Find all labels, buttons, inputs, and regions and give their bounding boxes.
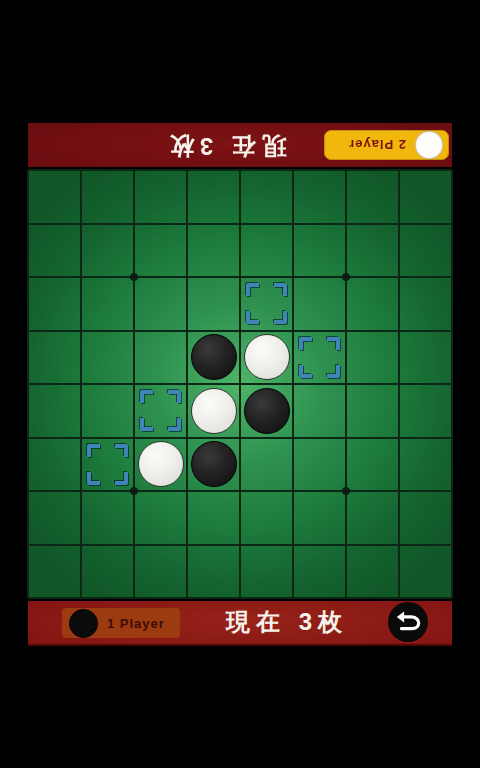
board-cell[interactable]: [293, 545, 346, 599]
board-cell[interactable]: [81, 224, 134, 278]
board-cell[interactable]: [81, 491, 134, 545]
board-cell[interactable]: [399, 277, 452, 331]
board-cell[interactable]: [134, 170, 187, 224]
board-cell[interactable]: [187, 491, 240, 545]
board-cell[interactable]: [81, 438, 134, 492]
move-hint-corner: [299, 365, 312, 378]
board-cell[interactable]: [293, 438, 346, 492]
board-cell[interactable]: [240, 224, 293, 278]
board-cell[interactable]: [81, 331, 134, 385]
move-hint: [246, 283, 287, 324]
board-cell[interactable]: [134, 491, 187, 545]
board-cell[interactable]: [346, 438, 399, 492]
board-cell[interactable]: [399, 491, 452, 545]
board-cell[interactable]: [28, 331, 81, 385]
board-cell[interactable]: [240, 491, 293, 545]
board-cell[interactable]: [346, 491, 399, 545]
bottom-status-text: 現在 3枚: [226, 606, 348, 638]
move-hint-corner: [274, 311, 287, 324]
board-cell[interactable]: [346, 170, 399, 224]
board-cell[interactable]: [293, 170, 346, 224]
board: [28, 170, 452, 598]
board-cell[interactable]: [240, 384, 293, 438]
board-cell[interactable]: [81, 170, 134, 224]
move-hint-corner: [299, 337, 312, 350]
board-cell[interactable]: [81, 384, 134, 438]
move-hint-corner: [168, 390, 181, 403]
board-cell[interactable]: [187, 545, 240, 599]
move-hint: [140, 390, 181, 431]
player2-badge: 2 Player: [324, 130, 449, 160]
board-cell[interactable]: [293, 331, 346, 385]
board-cell[interactable]: [187, 438, 240, 492]
move-hint-corner: [274, 283, 287, 296]
board-cell[interactable]: [346, 545, 399, 599]
board-cell[interactable]: [134, 224, 187, 278]
board-cell[interactable]: [399, 545, 452, 599]
undo-button[interactable]: [388, 602, 428, 642]
board-cell[interactable]: [28, 224, 81, 278]
board-cell[interactable]: [134, 438, 187, 492]
move-hint-corner: [87, 472, 100, 485]
black-disc: [191, 334, 237, 380]
move-hint-corner: [327, 337, 340, 350]
board-cell[interactable]: [28, 277, 81, 331]
board-cell[interactable]: [240, 170, 293, 224]
top-bar-rotated-content: 2 Player 現在 3枚: [28, 123, 452, 167]
board-cell[interactable]: [187, 224, 240, 278]
board-cell[interactable]: [240, 545, 293, 599]
white-disc: [138, 441, 184, 487]
board-cell[interactable]: [346, 277, 399, 331]
board-cell[interactable]: [293, 384, 346, 438]
board-cell[interactable]: [399, 384, 452, 438]
board-cell[interactable]: [399, 224, 452, 278]
black-disc-icon: [69, 609, 98, 638]
board-cell[interactable]: [28, 545, 81, 599]
undo-icon: [391, 605, 425, 639]
board-cell[interactable]: [399, 170, 452, 224]
board-cell[interactable]: [81, 277, 134, 331]
board-cell[interactable]: [240, 331, 293, 385]
move-hint-corner: [246, 311, 259, 324]
board-cell[interactable]: [28, 170, 81, 224]
move-hint-corner: [115, 444, 128, 457]
board-cell[interactable]: [346, 224, 399, 278]
board-cell[interactable]: [240, 277, 293, 331]
white-disc: [244, 334, 290, 380]
board-cell[interactable]: [399, 331, 452, 385]
board-cell[interactable]: [187, 277, 240, 331]
board-cell[interactable]: [346, 331, 399, 385]
board-cell[interactable]: [346, 384, 399, 438]
black-disc: [191, 441, 237, 487]
move-hint-corner: [140, 418, 153, 431]
move-hint-corner: [327, 365, 340, 378]
board-grid: [28, 170, 452, 598]
board-cell[interactable]: [187, 170, 240, 224]
move-hint: [87, 444, 128, 485]
board-cell[interactable]: [134, 331, 187, 385]
bottom-player-bar: 1 Player 現在 3枚: [28, 601, 452, 646]
board-cell[interactable]: [28, 491, 81, 545]
top-status-text: 現在 3枚: [164, 130, 286, 162]
move-hint: [299, 337, 340, 378]
move-hint-corner: [246, 283, 259, 296]
board-cell[interactable]: [28, 438, 81, 492]
app-screen: 2 Player 現在 3枚 1 Player 現在 3枚: [0, 0, 480, 768]
board-cell[interactable]: [293, 224, 346, 278]
move-hint-corner: [140, 390, 153, 403]
board-cell[interactable]: [293, 277, 346, 331]
board-cell[interactable]: [134, 277, 187, 331]
board-cell[interactable]: [293, 491, 346, 545]
board-cell[interactable]: [134, 545, 187, 599]
board-cell[interactable]: [134, 384, 187, 438]
white-disc: [191, 388, 237, 434]
player1-badge: 1 Player: [62, 608, 180, 638]
move-hint-corner: [168, 418, 181, 431]
board-cell[interactable]: [240, 438, 293, 492]
board-cell[interactable]: [399, 438, 452, 492]
top-player-bar: 2 Player 現在 3枚: [28, 123, 452, 167]
board-cell[interactable]: [187, 384, 240, 438]
black-disc: [244, 388, 290, 434]
player2-badge-label: 2 Player: [348, 138, 406, 153]
player1-badge-label: 1 Player: [107, 616, 165, 631]
move-hint-corner: [115, 472, 128, 485]
board-cell[interactable]: [81, 545, 134, 599]
move-hint-corner: [87, 444, 100, 457]
board-cell[interactable]: [187, 331, 240, 385]
white-disc-icon: [415, 131, 443, 159]
board-cell[interactable]: [28, 384, 81, 438]
